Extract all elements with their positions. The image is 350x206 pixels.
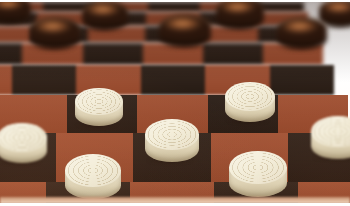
dark-piece[interactable]: ⛂ <box>82 1 128 30</box>
piece-top-face <box>75 88 123 116</box>
frame-border-top <box>0 0 350 2</box>
dark-piece[interactable]: ⛂ <box>30 17 80 49</box>
checkers-photo: ⛂⛂⛂⛂⛂⛂⛂⛀⛀⛀⛀⛀⛀⛀ <box>0 0 350 206</box>
dark-piece[interactable]: ⛂ <box>0 0 31 23</box>
pieces-layer: ⛂⛂⛂⛂⛂⛂⛂⛀⛀⛀⛀⛀⛀⛀ <box>0 0 350 206</box>
white-piece[interactable]: ⛀ <box>0 123 47 163</box>
dark-piece[interactable]: ⛂ <box>216 0 264 29</box>
white-piece[interactable]: ⛀ <box>229 151 287 197</box>
piece-top-face <box>82 1 128 23</box>
white-piece[interactable]: ⛀ <box>311 116 350 159</box>
piece-top-face <box>30 17 80 41</box>
piece-top-face <box>65 154 121 186</box>
white-piece[interactable]: ⛀ <box>225 82 275 122</box>
white-piece[interactable]: ⛀ <box>145 119 199 162</box>
piece-top-face <box>159 14 211 39</box>
piece-top-face <box>229 151 287 185</box>
frame-border-bottom <box>0 203 350 206</box>
dark-piece[interactable]: ⛂ <box>277 17 327 49</box>
piece-top-face <box>145 119 199 150</box>
piece-top-face <box>277 17 327 41</box>
white-piece[interactable]: ⛀ <box>75 88 123 126</box>
white-piece[interactable]: ⛀ <box>65 154 121 199</box>
piece-top-face <box>225 82 275 111</box>
dark-piece[interactable]: ⛂ <box>159 14 211 47</box>
